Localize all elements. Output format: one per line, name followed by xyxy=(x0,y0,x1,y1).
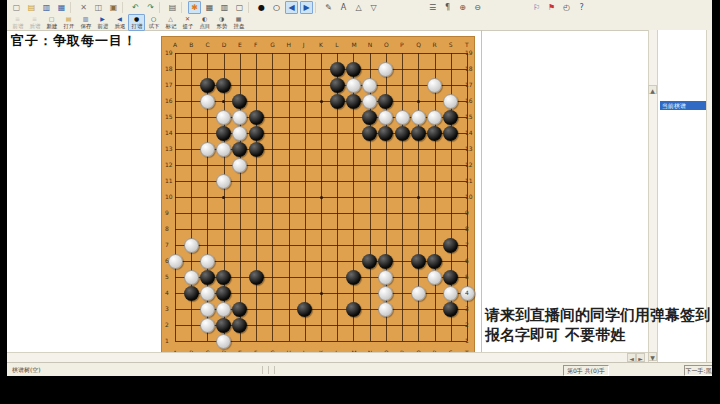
white-stone-R17 xyxy=(427,78,442,93)
toolbar-separator xyxy=(122,2,127,13)
black-stone-E2 xyxy=(232,318,247,333)
grid-line xyxy=(175,229,467,230)
coord-col-top: K xyxy=(319,42,323,48)
black-stone-C17 xyxy=(200,78,215,93)
toolbar: ▢▤▥▦✕◫▣↶↷▤✱▦▥▢●○◀▶✎A△▽☰¶⊕⊖⚐⚑◴? ≡前谱≡后谱▢新建… xyxy=(7,0,712,31)
status-next-color: 下一手:黑 xyxy=(684,365,712,376)
button-label: 后谱 xyxy=(29,22,40,28)
black-stone-M16 xyxy=(346,94,361,109)
pencil-icon[interactable]: ✎ xyxy=(322,1,335,14)
board-13-icon[interactable]: ▥ xyxy=(218,1,231,14)
white-stone-D3 xyxy=(216,302,231,317)
coord-row-right: 13 xyxy=(465,146,473,152)
coord-row-right: 1 xyxy=(465,338,469,344)
white-stone-O3 xyxy=(378,302,393,317)
scroll-right-icon[interactable]: ► xyxy=(636,353,645,362)
coord-row-right: 17 xyxy=(465,82,473,88)
button-label: 前进 xyxy=(97,22,108,28)
coord-row-left: 19 xyxy=(165,50,173,56)
coord-col-top: R xyxy=(433,42,437,48)
black-stone-E13 xyxy=(232,142,247,157)
coord-col-top: G xyxy=(270,42,275,48)
coord-row-left: 2 xyxy=(165,322,169,328)
open-folder-icon[interactable]: ▤ xyxy=(25,1,38,14)
grid-line xyxy=(175,245,467,246)
first-game-button: ≡前谱 xyxy=(9,14,26,31)
white-stone-N16 xyxy=(362,94,377,109)
toolbar-separator xyxy=(181,2,186,13)
coord-col-top: M xyxy=(351,42,356,48)
board-19-icon[interactable]: ▦ xyxy=(203,1,216,14)
paste-icon[interactable]: ▣ xyxy=(107,1,120,14)
tree-selected-node[interactable]: 当前棋谱 xyxy=(660,101,706,110)
count-button[interactable]: ◐点目 xyxy=(196,14,213,31)
coord-row-left: 15 xyxy=(165,114,173,120)
coord-col-top: C xyxy=(205,42,209,48)
new-record-button[interactable]: ▢新建 xyxy=(43,14,60,31)
coord-col-top: L xyxy=(335,42,338,48)
triangle-mark-icon[interactable]: △ xyxy=(352,1,365,14)
square-mark-icon[interactable]: ▽ xyxy=(367,1,380,14)
zoom-in-icon[interactable]: ⊕ xyxy=(456,1,469,14)
coord-col-top: J xyxy=(303,42,305,48)
clock-icon[interactable]: ◴ xyxy=(560,1,573,14)
black-stone-M18 xyxy=(346,62,361,77)
black-stone-O16 xyxy=(378,94,393,109)
black-stone-E16 xyxy=(232,94,247,109)
last-game-button: ≡后谱 xyxy=(26,14,43,31)
scroll-left-icon[interactable]: ◄ xyxy=(627,353,636,362)
star-point xyxy=(222,196,225,199)
board-9-icon[interactable]: ▢ xyxy=(233,1,246,14)
white-stone-D11 xyxy=(216,174,231,189)
capture-button-icon: ✕ xyxy=(185,16,190,22)
coord-row-left: 1 xyxy=(165,338,169,344)
wallboard-button[interactable]: ▦挂盘 xyxy=(230,14,247,31)
black-stone-D14 xyxy=(216,126,231,141)
black-stone-Q6 xyxy=(411,254,426,269)
coord-col-top: H xyxy=(287,42,292,48)
coord-col-top: S xyxy=(449,42,453,48)
black-stone-N15 xyxy=(362,110,377,125)
coord-row-right: 7 xyxy=(465,242,469,248)
capture-button[interactable]: ✕提子 xyxy=(179,14,196,31)
black-stone-B4 xyxy=(184,286,199,301)
coord-row-right: 4 xyxy=(465,290,469,296)
coord-row-left: 3 xyxy=(165,306,169,312)
black-stone-P14 xyxy=(395,126,410,141)
open-record-button-icon: ▤ xyxy=(66,16,72,22)
button-label: 标记 xyxy=(165,22,176,28)
coord-row-left: 18 xyxy=(165,66,173,72)
status-move-count: 第0手 共(0)手 xyxy=(563,365,609,376)
mark-button[interactable]: △标记 xyxy=(162,14,179,31)
coord-row-right: 8 xyxy=(465,226,469,232)
save-all-icon[interactable]: ▦ xyxy=(55,1,68,14)
white-stone-D13 xyxy=(216,142,231,157)
back-button-icon: ◀ xyxy=(117,16,122,22)
prev-move-icon[interactable]: ◀ xyxy=(285,1,298,14)
toolbar-button-row: ≡前谱≡后谱▢新建▤打开▥保存▶前进◀后退●打谱○试下△标记✕提子◐点目◑形势▦… xyxy=(9,14,247,30)
message-line-1: 请来到直播间的同学们用弹幕签到 xyxy=(485,305,655,325)
black-stone-S5 xyxy=(443,270,458,285)
star-point xyxy=(222,100,225,103)
redo-icon[interactable]: ↷ xyxy=(144,1,157,14)
forward-button-icon: ▶ xyxy=(100,16,105,22)
scroll-up-icon[interactable]: ▲ xyxy=(648,85,657,94)
coord-row-right: 14 xyxy=(465,130,473,136)
coord-col-top: B xyxy=(189,42,193,48)
status-left-text: 棋谱树(空) xyxy=(12,366,41,375)
coord-row-left: 13 xyxy=(165,146,173,152)
new-record-button-icon: ▢ xyxy=(49,16,55,22)
button-label: 打开 xyxy=(63,22,74,28)
back-button[interactable]: ◀后退 xyxy=(111,14,128,31)
black-stone-icon[interactable]: ● xyxy=(255,1,268,14)
coord-row-right: 19 xyxy=(465,50,473,56)
black-stone-S3 xyxy=(443,302,458,317)
white-stone-A6 xyxy=(168,254,183,269)
forward-button[interactable]: ▶前进 xyxy=(94,14,111,31)
coord-row-right: 6 xyxy=(465,258,469,264)
black-stone-F13 xyxy=(249,142,264,157)
go-board[interactable]: AABBCCDDEEFFGGHHJJKKLLMMNNOOPPQQRRSSTT19… xyxy=(162,37,474,361)
wallboard-button-icon: ▦ xyxy=(236,16,242,22)
white-stone-Q4 xyxy=(411,286,426,301)
lesson-title: 官子：争取每一目！ xyxy=(11,32,137,50)
cut-icon[interactable]: ✕ xyxy=(77,1,90,14)
white-stone-B7 xyxy=(184,238,199,253)
black-stone-F14 xyxy=(249,126,264,141)
coord-col-top: F xyxy=(254,42,257,48)
grid-line xyxy=(175,213,467,214)
grid-line xyxy=(435,53,436,341)
livestream-signin-message: 请来到直播间的同学们用弹幕签到 报名字即可 不要带姓 xyxy=(485,305,655,345)
black-stone-L17 xyxy=(330,78,345,93)
black-stone-Q14 xyxy=(411,126,426,141)
coord-row-right: 18 xyxy=(465,66,473,72)
black-stone-D5 xyxy=(216,270,231,285)
help-icon[interactable]: ? xyxy=(575,1,588,14)
coord-col-top: N xyxy=(368,42,373,48)
black-stone-F15 xyxy=(249,110,264,125)
star-point xyxy=(320,100,323,103)
star-point xyxy=(417,100,420,103)
settings-icon[interactable]: ✱ xyxy=(188,1,201,14)
white-stone-S4 xyxy=(443,286,458,301)
coord-row-left: 6 xyxy=(165,258,169,264)
coord-row-right: 10 xyxy=(465,194,473,200)
black-stone-N14 xyxy=(362,126,377,141)
record-mode-button-icon: ● xyxy=(134,16,139,22)
count-button-icon: ◐ xyxy=(202,16,207,22)
button-label: 新建 xyxy=(46,22,57,28)
coord-row-right: 15 xyxy=(465,114,473,120)
flag-red-icon[interactable]: ⚑ xyxy=(545,1,558,14)
white-stone-E12 xyxy=(232,158,247,173)
coord-row-right: 12 xyxy=(465,162,473,168)
board-grid xyxy=(175,53,467,341)
panel-divider xyxy=(481,30,482,362)
white-stone-O18 xyxy=(378,62,393,77)
black-stone-M3 xyxy=(346,302,361,317)
black-stone-R14 xyxy=(427,126,442,141)
estimate-button-icon: ◑ xyxy=(219,16,224,22)
coord-col-top: E xyxy=(238,42,242,48)
save-icon[interactable]: ▥ xyxy=(40,1,53,14)
coord-row-left: 9 xyxy=(165,210,169,216)
button-label: 保存 xyxy=(80,22,91,28)
coord-row-right: 11 xyxy=(465,178,473,184)
black-stone-O14 xyxy=(378,126,393,141)
toolbar-separator xyxy=(70,2,75,13)
coord-row-left: 8 xyxy=(165,226,169,232)
save-record-button-icon: ▥ xyxy=(83,16,89,22)
mark-button-icon: △ xyxy=(168,16,173,22)
white-stone-C4 xyxy=(200,286,215,301)
comment-icon[interactable]: ¶ xyxy=(441,1,454,14)
white-stone-N17 xyxy=(362,78,377,93)
coord-col-top: T xyxy=(465,42,469,48)
coord-row-right: 5 xyxy=(465,274,469,280)
button-label: 打谱 xyxy=(131,22,142,28)
black-stone-L16 xyxy=(330,94,345,109)
black-stone-D4 xyxy=(216,286,231,301)
record-mode-button[interactable]: ●打谱 xyxy=(128,14,145,31)
coord-row-left: 5 xyxy=(165,274,169,280)
white-stone-O15 xyxy=(378,110,393,125)
status-bar: 棋谱树(空) 第0手 共(0)手 下一手:黑 xyxy=(7,362,712,376)
coord-col-top: D xyxy=(222,42,227,48)
coord-row-right: 3 xyxy=(465,306,469,312)
try-move-button[interactable]: ○试下 xyxy=(145,14,162,31)
star-point xyxy=(320,196,323,199)
black-stone-L18 xyxy=(330,62,345,77)
white-stone-P15 xyxy=(395,110,410,125)
star-point xyxy=(320,292,323,295)
toolbar-icon-row: ▢▤▥▦✕◫▣↶↷▤✱▦▥▢●○◀▶✎A△▽☰¶⊕⊖⚐⚑◴? xyxy=(9,1,589,14)
black-stone-R6 xyxy=(427,254,442,269)
grid-line xyxy=(402,53,403,341)
next-move-icon[interactable]: ▶ xyxy=(300,1,313,14)
estimate-button[interactable]: ◑形势 xyxy=(213,14,230,31)
last-game-button-icon: ≡ xyxy=(32,16,37,22)
white-stone-R15 xyxy=(427,110,442,125)
white-stone-C2 xyxy=(200,318,215,333)
black-stone-S14 xyxy=(443,126,458,141)
black-stone-D17 xyxy=(216,78,231,93)
white-stone-D15 xyxy=(216,110,231,125)
black-stone-M5 xyxy=(346,270,361,285)
coord-row-left: 11 xyxy=(165,178,173,184)
message-line-2: 报名字即可 不要带姓 xyxy=(485,325,655,345)
black-stone-F5 xyxy=(249,270,264,285)
toolbar-separator xyxy=(159,2,164,13)
white-stone-C13 xyxy=(200,142,215,157)
flag-blue-icon[interactable]: ⚐ xyxy=(530,1,543,14)
black-stone-E3 xyxy=(232,302,247,317)
go-app-window: ▢▤▥▦✕◫▣↶↷▤✱▦▥▢●○◀▶✎A△▽☰¶⊕⊖⚐⚑◴? ≡前谱≡后谱▢新建… xyxy=(7,0,712,376)
star-point xyxy=(417,196,420,199)
button-label: 试下 xyxy=(148,22,159,28)
coord-col-top: O xyxy=(384,42,389,48)
button-label: 形势 xyxy=(216,22,227,28)
button-label: 提子 xyxy=(182,22,193,28)
white-stone-Q15 xyxy=(411,110,426,125)
open-record-button[interactable]: ▤打开 xyxy=(60,14,77,31)
white-stone-E15 xyxy=(232,110,247,125)
white-stone-C16 xyxy=(200,94,215,109)
white-stone-O4 xyxy=(378,286,393,301)
white-stone-icon[interactable]: ○ xyxy=(270,1,283,14)
coord-col-top: A xyxy=(173,42,177,48)
undo-icon[interactable]: ↶ xyxy=(129,1,142,14)
coord-row-left: 14 xyxy=(165,130,173,136)
coord-row-right: 2 xyxy=(465,322,469,328)
black-stone-J3 xyxy=(297,302,312,317)
coord-row-left: 4 xyxy=(165,290,169,296)
save-record-button[interactable]: ▥保存 xyxy=(77,14,94,31)
toolbar-separator xyxy=(248,2,253,13)
coord-row-right: 9 xyxy=(465,210,469,216)
white-stone-C3 xyxy=(200,302,215,317)
black-stone-C5 xyxy=(200,270,215,285)
white-stone-E14 xyxy=(232,126,247,141)
coord-row-left: 7 xyxy=(165,242,169,248)
zoom-out-icon[interactable]: ⊖ xyxy=(471,1,484,14)
coord-row-left: 17 xyxy=(165,82,173,88)
white-stone-C6 xyxy=(200,254,215,269)
new-file-icon[interactable]: ▢ xyxy=(10,1,23,14)
coord-row-left: 12 xyxy=(165,162,173,168)
coord-row-right: 16 xyxy=(465,98,473,104)
button-label: 挂盘 xyxy=(233,22,244,28)
print-icon[interactable]: ▤ xyxy=(166,1,179,14)
white-stone-R5 xyxy=(427,270,442,285)
button-label: 后退 xyxy=(114,22,125,28)
white-stone-M17 xyxy=(346,78,361,93)
button-label: 点目 xyxy=(199,22,210,28)
black-stone-D2 xyxy=(216,318,231,333)
black-stone-N6 xyxy=(362,254,377,269)
copy-icon[interactable]: ◫ xyxy=(92,1,105,14)
button-label: 前谱 xyxy=(12,22,23,28)
tree-icon[interactable]: ☰ xyxy=(426,1,439,14)
coord-col-top: Q xyxy=(416,42,421,48)
label-icon[interactable]: A xyxy=(337,1,350,14)
black-stone-S7 xyxy=(443,238,458,253)
black-stone-S15 xyxy=(443,110,458,125)
white-stone-B5 xyxy=(184,270,199,285)
coord-row-left: 16 xyxy=(165,98,173,104)
first-game-button-icon: ≡ xyxy=(15,16,20,22)
screen: ▢▤▥▦✕◫▣↶↷▤✱▦▥▢●○◀▶✎A△▽☰¶⊕⊖⚐⚑◴? ≡前谱≡后谱▢新建… xyxy=(0,0,720,404)
white-stone-O5 xyxy=(378,270,393,285)
white-stone-D1 xyxy=(216,334,231,349)
toolbar-separator xyxy=(315,2,320,13)
black-stone-O6 xyxy=(378,254,393,269)
white-stone-S16 xyxy=(443,94,458,109)
coord-row-left: 10 xyxy=(165,194,173,200)
scroll-down-icon[interactable]: ▼ xyxy=(648,352,657,361)
coord-col-top: P xyxy=(400,42,404,48)
try-move-button-icon: ○ xyxy=(151,16,156,22)
